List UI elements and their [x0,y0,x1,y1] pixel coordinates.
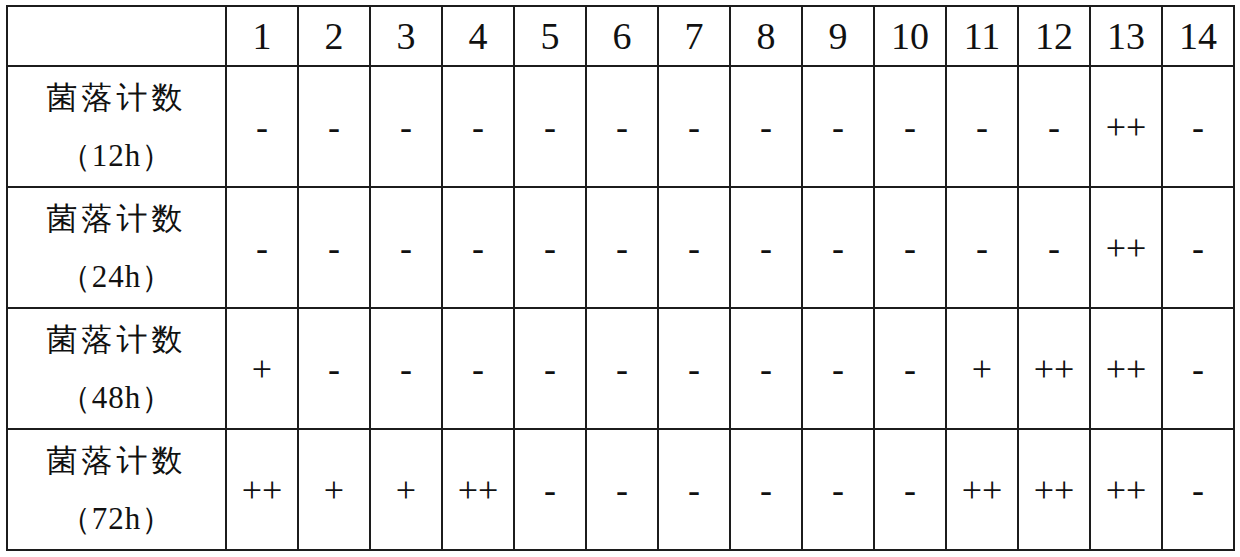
row-label-title: 菌落计数 [47,198,187,240]
value-cell: + [370,429,442,550]
value-cell: - [730,187,802,308]
value-cell: - [730,308,802,429]
row-label-title: 菌落计数 [47,77,187,119]
value-cell: - [1162,429,1234,550]
value-cell: + [946,308,1018,429]
row-label-stack: 菌落计数 （12h） [8,77,225,177]
column-header-3: 3 [370,6,442,66]
value-cell: ++ [1090,187,1162,308]
table-row-12h: 菌落计数 （12h） - - - - - - - - - - - - ++ - [7,66,1234,187]
value-cell: - [802,187,874,308]
value-cell: - [442,187,514,308]
value-cell: - [802,308,874,429]
value-cell: - [298,187,370,308]
row-label-time: （12h） [60,135,174,177]
table-row-24h: 菌落计数 （24h） - - - - - - - - - - - - ++ - [7,187,1234,308]
row-label-title: 菌落计数 [47,440,187,482]
value-cell: - [1162,187,1234,308]
row-label-48h: 菌落计数 （48h） [7,308,226,429]
row-label-24h: 菌落计数 （24h） [7,187,226,308]
row-label-time: （72h） [60,498,174,540]
value-cell: - [874,308,946,429]
column-header-10: 10 [874,6,946,66]
column-header-11: 11 [946,6,1018,66]
value-cell: - [658,66,730,187]
value-cell: - [874,429,946,550]
value-cell: - [298,308,370,429]
value-cell: - [1018,187,1090,308]
value-cell: ++ [226,429,298,550]
column-header-4: 4 [442,6,514,66]
column-header-1: 1 [226,6,298,66]
table-header-row: 1 2 3 4 5 6 7 8 9 10 11 12 13 14 [7,6,1234,66]
column-header-9: 9 [802,6,874,66]
value-cell: - [442,308,514,429]
value-cell: - [1162,308,1234,429]
column-header-2: 2 [298,6,370,66]
value-cell: - [370,187,442,308]
value-cell: - [298,66,370,187]
value-cell: - [730,429,802,550]
value-cell: - [874,187,946,308]
column-header-7: 7 [658,6,730,66]
value-cell: - [946,66,1018,187]
value-cell: - [586,66,658,187]
column-header-8: 8 [730,6,802,66]
value-cell: - [370,308,442,429]
value-cell: - [874,66,946,187]
value-cell: ++ [946,429,1018,550]
row-label-stack: 菌落计数 （24h） [8,198,225,298]
value-cell: + [298,429,370,550]
value-cell: - [658,308,730,429]
value-cell: ++ [1018,429,1090,550]
column-header-12: 12 [1018,6,1090,66]
value-cell: - [802,429,874,550]
row-label-stack: 菌落计数 （72h） [8,440,225,540]
column-header-6: 6 [586,6,658,66]
value-cell: - [514,187,586,308]
value-cell: - [1162,66,1234,187]
value-cell: ++ [1018,308,1090,429]
row-label-72h: 菌落计数 （72h） [7,429,226,550]
value-cell: - [586,187,658,308]
value-cell: - [658,429,730,550]
column-header-5: 5 [514,6,586,66]
value-cell: - [514,66,586,187]
row-label-time: （48h） [60,377,174,419]
row-label-12h: 菌落计数 （12h） [7,66,226,187]
row-label-time: （24h） [60,256,174,298]
value-cell: - [226,66,298,187]
value-cell: - [730,66,802,187]
page-canvas: 1 2 3 4 5 6 7 8 9 10 11 12 13 14 菌落计数 （1… [0,0,1240,557]
value-cell: - [442,66,514,187]
value-cell: ++ [1090,66,1162,187]
value-cell: - [226,187,298,308]
value-cell: - [658,187,730,308]
value-cell: - [1018,66,1090,187]
colony-count-table: 1 2 3 4 5 6 7 8 9 10 11 12 13 14 菌落计数 （1… [6,5,1235,551]
row-label-title: 菌落计数 [47,319,187,361]
value-cell: ++ [1090,429,1162,550]
value-cell: - [514,429,586,550]
column-header-13: 13 [1090,6,1162,66]
value-cell: - [586,429,658,550]
table-row-72h: 菌落计数 （72h） ++ + + ++ - - - - - - ++ ++ +… [7,429,1234,550]
value-cell: ++ [442,429,514,550]
value-cell: - [370,66,442,187]
row-label-stack: 菌落计数 （48h） [8,319,225,419]
value-cell: + [226,308,298,429]
value-cell: - [946,187,1018,308]
value-cell: ++ [1090,308,1162,429]
value-cell: - [586,308,658,429]
table-row-48h: 菌落计数 （48h） + - - - - - - - - - + ++ ++ - [7,308,1234,429]
value-cell: - [514,308,586,429]
value-cell: - [802,66,874,187]
corner-cell [7,6,226,66]
column-header-14: 14 [1162,6,1234,66]
